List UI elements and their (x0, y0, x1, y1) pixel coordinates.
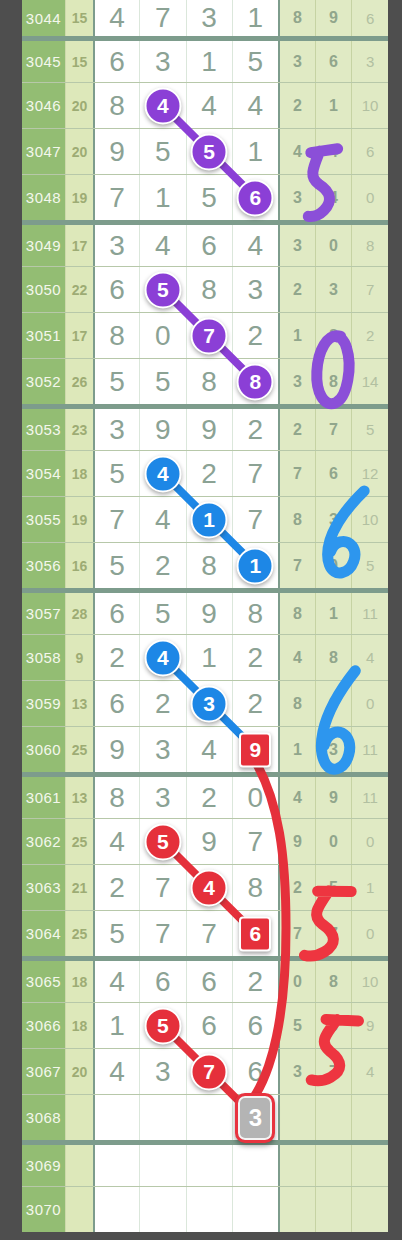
stat-value: 7 (278, 543, 315, 588)
digit-cell: 1 (139, 175, 185, 220)
stat-value: 5 (315, 865, 352, 910)
digit-cell: 8 (93, 83, 139, 128)
stat-value: 7 (351, 267, 388, 312)
trend-marker-7: 7 (191, 1053, 228, 1090)
digit-cell: 5 (186, 175, 232, 220)
period-label: 3063 (22, 865, 65, 910)
digit-cell: 2 (139, 681, 185, 726)
stat-value: 7 (278, 911, 315, 956)
digit-cell: 4 (93, 961, 139, 1002)
period-label: 3057 (22, 593, 65, 634)
digit-cell: 8 (232, 865, 278, 910)
digit-cell: 7 (93, 175, 139, 220)
digit-cell: 6 (93, 681, 139, 726)
trend-row-3067: 3067204376374 (22, 1048, 388, 1094)
stat-value: 0 (278, 961, 315, 1002)
stat-value: 6 (351, 0, 388, 36)
digit-cell: 3 (139, 1049, 185, 1094)
stat-value: 7 (278, 451, 315, 496)
digit-cell: 1 (186, 497, 232, 542)
stat-value (351, 1187, 388, 1232)
stat-value: 8 (315, 359, 352, 404)
stat-value (315, 1145, 352, 1186)
digit-cell: 2 (232, 961, 278, 1002)
trend-marker-9: 9 (239, 732, 271, 767)
digit-cell (232, 1187, 278, 1232)
digit-cell (186, 1095, 232, 1140)
trend-marker-4: 4 (144, 455, 181, 492)
sum-value: 28 (65, 593, 93, 634)
trend-row-3044: 3044154731896 (22, 0, 388, 36)
digit-cell: 4 (139, 225, 185, 266)
stat-value: 9 (315, 777, 352, 818)
stat-value: 7 (315, 911, 352, 956)
stat-value: 8 (278, 0, 315, 36)
digit-cell: 4 (93, 819, 139, 864)
stat-value: 7 (315, 1049, 352, 1094)
period-label: 3053 (22, 409, 65, 450)
digit-cell: 5 (93, 359, 139, 404)
period-label: 3051 (22, 313, 65, 358)
stat-value: 8 (315, 961, 352, 1002)
stat-value: 2 (278, 865, 315, 910)
trend-row-3065: 30651846620810 (22, 956, 388, 1002)
stat-value (278, 1145, 315, 1186)
digit-cell: 3 (93, 409, 139, 450)
digit-cell: 6 (139, 961, 185, 1002)
digit-cell: 9 (139, 409, 185, 450)
period-label: 3045 (22, 41, 65, 82)
period-label: 3056 (22, 543, 65, 588)
stat-value: 1 (278, 313, 315, 358)
period-label: 3055 (22, 497, 65, 542)
digit-cell (232, 1145, 278, 1186)
sum-value: 20 (65, 129, 93, 174)
trend-row-3062: 3062254597900 (22, 818, 388, 864)
digit-cell: 7 (139, 0, 185, 36)
digit-cell: 1 (232, 129, 278, 174)
stat-value: 3 (278, 225, 315, 266)
digit-cell: 9 (232, 727, 278, 772)
trend-marker-7: 7 (191, 317, 228, 354)
digit-cell: 5 (139, 359, 185, 404)
trend-row-3059: 3059136232880 (22, 680, 388, 726)
sum-value: 25 (65, 819, 93, 864)
stat-value: 2 (278, 409, 315, 450)
period-label: 3054 (22, 451, 65, 496)
digit-cell: 5 (139, 819, 185, 864)
period-label: 3061 (22, 777, 65, 818)
sum-value: 25 (65, 911, 93, 956)
digit-cell: 7 (232, 451, 278, 496)
stat-value: 9 (278, 819, 315, 864)
lottery-trend-screen: 3044154731896304515631536330462084442110… (0, 0, 402, 1240)
digit-cell: 9 (93, 727, 139, 772)
stat-value: 9 (315, 0, 352, 36)
period-label: 3066 (22, 1003, 65, 1048)
digit-cell (139, 1187, 185, 1232)
digit-cell: 6 (232, 911, 278, 956)
trend-marker-3: 3 (191, 685, 228, 722)
period-label: 3060 (22, 727, 65, 772)
digit-cell: 8 (232, 593, 278, 634)
stat-value: 11 (351, 593, 388, 634)
stat-value: 4 (278, 777, 315, 818)
digit-cell: 7 (186, 1049, 232, 1094)
stat-value (351, 1145, 388, 1186)
stat-value: 3 (315, 727, 352, 772)
stat-value: 8 (278, 497, 315, 542)
digit-cell: 9 (186, 409, 232, 450)
digit-cell: 2 (186, 451, 232, 496)
digit-cell: 6 (186, 961, 232, 1002)
sum-value: 21 (65, 865, 93, 910)
trend-row-3056: 3056165281795 (22, 542, 388, 588)
period-label: 3067 (22, 1049, 65, 1094)
digit-cell: 4 (139, 83, 185, 128)
stat-value: 10 (351, 961, 388, 1002)
digit-cell: 8 (93, 777, 139, 818)
stat-value: 4 (315, 129, 352, 174)
period-label: 3050 (22, 267, 65, 312)
trend-row-3051: 3051178072182 (22, 312, 388, 358)
stat-value: 8 (351, 225, 388, 266)
sum-value: 18 (65, 961, 93, 1002)
stat-value: 1 (351, 865, 388, 910)
period-label: 3068 (22, 1095, 65, 1140)
stat-value: 2 (278, 267, 315, 312)
period-label: 3049 (22, 225, 65, 266)
stat-value: 5 (351, 409, 388, 450)
trend-row-3046: 30462084442110 (22, 82, 388, 128)
trend-chart-board: 3044154731896304515631536330462084442110… (22, 0, 388, 1232)
sum-value: 17 (65, 313, 93, 358)
sum-value: 19 (65, 175, 93, 220)
stat-value (278, 1187, 315, 1232)
digit-cell: 4 (93, 0, 139, 36)
period-label: 3070 (22, 1187, 65, 1232)
digit-cell: 5 (93, 911, 139, 956)
trend-row-3055: 30551974178310 (22, 496, 388, 542)
digit-cell: 8 (93, 313, 139, 358)
trend-row-3058: 305892412484 (22, 634, 388, 680)
trend-row-3060: 30602593491311 (22, 726, 388, 772)
sum-value: 18 (65, 1003, 93, 1048)
period-label: 3048 (22, 175, 65, 220)
sum-value: 26 (65, 359, 93, 404)
trend-row-3057: 30572865988111 (22, 588, 388, 634)
trend-marker-5: 5 (144, 271, 181, 308)
digit-cell: 8 (186, 359, 232, 404)
digit-cell: 3 (232, 267, 278, 312)
digit-cell: 7 (139, 911, 185, 956)
stat-value: 9 (351, 1003, 388, 1048)
stat-value: 4 (351, 635, 388, 680)
digit-cell: 4 (139, 451, 185, 496)
digit-cell: 5 (139, 593, 185, 634)
sum-value: 25 (65, 727, 93, 772)
sum-value: 16 (65, 543, 93, 588)
trend-row-3052: 30522655883814 (22, 358, 388, 404)
sum-value: 13 (65, 777, 93, 818)
trend-marker-4: 4 (144, 87, 181, 124)
digit-cell: 8 (186, 543, 232, 588)
digit-cell: 9 (186, 819, 232, 864)
trend-row-3054: 30541854277612 (22, 450, 388, 496)
sum-value: 22 (65, 267, 93, 312)
trend-row-3066: 3066181566539 (22, 1002, 388, 1048)
trend-row-3070: 3070 (22, 1186, 388, 1232)
trend-row-3049: 3049173464308 (22, 220, 388, 266)
trend-marker-6: 6 (237, 179, 274, 216)
digit-cell: 2 (232, 635, 278, 680)
stat-value: 5 (351, 543, 388, 588)
sum-value: 15 (65, 41, 93, 82)
trend-marker-1: 1 (191, 501, 228, 538)
stat-value: 3 (315, 497, 352, 542)
sum-value: 20 (65, 83, 93, 128)
period-label: 3069 (22, 1145, 65, 1186)
digit-cell: 1 (232, 0, 278, 36)
stat-value: 4 (351, 1049, 388, 1094)
digit-cell: 0 (139, 313, 185, 358)
stat-value: 3 (278, 175, 315, 220)
period-label: 3059 (22, 681, 65, 726)
trend-row-3063: 3063212748251 (22, 864, 388, 910)
digit-cell: 2 (93, 865, 139, 910)
digit-cell: 4 (186, 865, 232, 910)
digit-cell: 7 (232, 497, 278, 542)
stat-value: 3 (315, 267, 352, 312)
stat-value: 2 (278, 83, 315, 128)
digit-cell: 6 (232, 175, 278, 220)
period-label: 3064 (22, 911, 65, 956)
digit-cell: 8 (232, 359, 278, 404)
digit-cell: 2 (186, 777, 232, 818)
trend-row-3064: 3064255776770 (22, 910, 388, 956)
trend-row-3048: 3048197156340 (22, 174, 388, 220)
stat-value: 8 (278, 681, 315, 726)
period-label: 3044 (22, 0, 65, 36)
stat-value: 8 (278, 593, 315, 634)
next-pick-box[interactable]: 3 (235, 1093, 275, 1143)
period-label: 3058 (22, 635, 65, 680)
trend-marker-6: 6 (239, 916, 271, 951)
stat-value: 0 (351, 911, 388, 956)
digit-cell: 1 (186, 635, 232, 680)
stat-value: 8 (315, 635, 352, 680)
digit-cell: 6 (186, 1003, 232, 1048)
digit-cell: 7 (139, 865, 185, 910)
trend-row-3047: 3047209551446 (22, 128, 388, 174)
digit-cell: 7 (232, 819, 278, 864)
digit-cell: 1 (186, 41, 232, 82)
digit-cell: 3 (93, 225, 139, 266)
stat-value: 0 (315, 819, 352, 864)
digit-cell: 5 (93, 543, 139, 588)
digit-cell: 4 (139, 635, 185, 680)
digit-cell: 6 (93, 41, 139, 82)
sum-value: 15 (65, 0, 93, 36)
digit-cell: 4 (139, 497, 185, 542)
digit-cell: 8 (186, 267, 232, 312)
stat-value: 14 (351, 359, 388, 404)
sum-value: 9 (65, 635, 93, 680)
digit-cell: 6 (232, 1049, 278, 1094)
period-label: 3047 (22, 129, 65, 174)
trend-row-3050: 3050226583237 (22, 266, 388, 312)
digit-cell (93, 1187, 139, 1232)
trend-row-3053: 3053233992275 (22, 404, 388, 450)
period-label: 3046 (22, 83, 65, 128)
stat-value: 4 (315, 175, 352, 220)
digit-cell: 3 (139, 727, 185, 772)
trend-row-3069: 3069 (22, 1140, 388, 1186)
stat-value: 6 (315, 451, 352, 496)
trend-row-3061: 30611383204911 (22, 772, 388, 818)
digit-cell: 4 (232, 225, 278, 266)
digit-cell: 1 (93, 1003, 139, 1048)
digit-cell (93, 1095, 139, 1140)
trend-marker-5: 5 (144, 1007, 181, 1044)
digit-cell: 9 (186, 593, 232, 634)
sum-value: 18 (65, 451, 93, 496)
digit-cell: 3 (232, 1095, 278, 1140)
digit-cell: 7 (93, 497, 139, 542)
stat-value: 8 (315, 681, 352, 726)
digit-cell: 4 (186, 83, 232, 128)
digit-cell: 4 (186, 727, 232, 772)
trend-marker-8: 8 (237, 363, 274, 400)
stat-value: 0 (315, 225, 352, 266)
stat-value (315, 1095, 352, 1140)
trend-marker-5: 5 (191, 133, 228, 170)
stat-value: 1 (315, 593, 352, 634)
digit-cell: 5 (186, 129, 232, 174)
digit-cell (139, 1145, 185, 1186)
sum-value: 17 (65, 225, 93, 266)
stat-value: 11 (351, 777, 388, 818)
stat-value: 3 (278, 1049, 315, 1094)
stat-value: 3 (351, 41, 388, 82)
stat-value: 6 (315, 41, 352, 82)
stat-value: 10 (351, 497, 388, 542)
stat-value: 8 (315, 313, 352, 358)
sum-value (65, 1187, 93, 1232)
stat-value: 3 (315, 1003, 352, 1048)
stat-value: 12 (351, 451, 388, 496)
digit-cell: 2 (232, 313, 278, 358)
trend-marker-4: 4 (191, 869, 228, 906)
digit-cell: 6 (93, 267, 139, 312)
digit-cell (139, 1095, 185, 1140)
trend-marker-4: 4 (144, 639, 181, 676)
digit-cell: 6 (232, 1003, 278, 1048)
digit-cell: 2 (93, 635, 139, 680)
stat-value: 0 (351, 681, 388, 726)
stat-value: 3 (278, 41, 315, 82)
stat-value: 11 (351, 727, 388, 772)
sum-value (65, 1145, 93, 1186)
digit-cell (186, 1187, 232, 1232)
digit-cell: 7 (186, 313, 232, 358)
stat-value: 4 (278, 129, 315, 174)
digit-cell: 4 (93, 1049, 139, 1094)
period-label: 3062 (22, 819, 65, 864)
stat-value: 9 (315, 543, 352, 588)
sum-value: 13 (65, 681, 93, 726)
digit-cell: 5 (93, 451, 139, 496)
period-label: 3065 (22, 961, 65, 1002)
digit-cell: 5 (139, 129, 185, 174)
digit-cell: 6 (186, 225, 232, 266)
trend-row-3068: 30683 (22, 1094, 388, 1140)
stat-value: 1 (315, 83, 352, 128)
stat-value: 2 (351, 313, 388, 358)
stat-value: 10 (351, 83, 388, 128)
stat-value: 6 (351, 129, 388, 174)
digit-cell: 3 (186, 681, 232, 726)
period-label: 3052 (22, 359, 65, 404)
stat-value: 3 (278, 359, 315, 404)
digit-cell: 6 (93, 593, 139, 634)
digit-cell: 3 (139, 777, 185, 818)
stat-value: 7 (315, 409, 352, 450)
stat-value: 0 (351, 819, 388, 864)
digit-cell: 7 (186, 911, 232, 956)
digit-cell: 4 (232, 83, 278, 128)
digit-cell: 9 (93, 129, 139, 174)
stat-value: 1 (278, 727, 315, 772)
stat-value (278, 1095, 315, 1140)
digit-cell: 5 (232, 41, 278, 82)
digit-cell (186, 1145, 232, 1186)
trend-marker-1: 1 (237, 547, 274, 584)
digit-cell: 0 (232, 777, 278, 818)
stat-value: 0 (351, 175, 388, 220)
sum-value: 20 (65, 1049, 93, 1094)
digit-cell: 3 (139, 41, 185, 82)
digit-cell: 2 (232, 681, 278, 726)
digit-cell: 5 (139, 1003, 185, 1048)
digit-cell: 2 (139, 543, 185, 588)
digit-cell (93, 1145, 139, 1186)
trend-marker-5: 5 (144, 823, 181, 860)
stat-value (315, 1187, 352, 1232)
digit-cell: 2 (232, 409, 278, 450)
stat-value (351, 1095, 388, 1140)
digit-cell: 1 (232, 543, 278, 588)
stat-value: 5 (278, 1003, 315, 1048)
sum-value: 23 (65, 409, 93, 450)
digit-cell: 5 (139, 267, 185, 312)
digit-cell: 3 (186, 0, 232, 36)
stat-value: 4 (278, 635, 315, 680)
sum-value: 19 (65, 497, 93, 542)
trend-row-3045: 3045156315363 (22, 36, 388, 82)
sum-value (65, 1095, 93, 1140)
